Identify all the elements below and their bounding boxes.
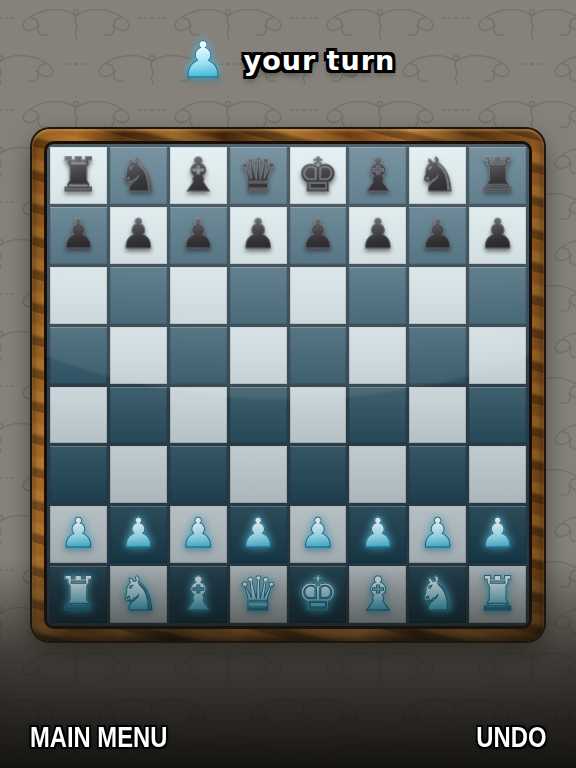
piece-black-pawn[interactable]: ♟ xyxy=(180,214,217,255)
piece-black-bishop[interactable]: ♝ xyxy=(357,151,399,198)
square-e7[interactable]: ♟ xyxy=(290,207,347,264)
square-e4[interactable] xyxy=(290,387,347,444)
square-f2[interactable]: ♟ xyxy=(349,506,406,563)
square-b8[interactable]: ♞ xyxy=(110,147,167,204)
square-b5[interactable] xyxy=(110,327,167,384)
square-f1[interactable]: ♝ xyxy=(349,566,406,623)
square-g6[interactable] xyxy=(409,267,466,324)
piece-white-rook[interactable]: ♜ xyxy=(57,570,99,617)
piece-black-pawn[interactable]: ♟ xyxy=(60,214,97,255)
square-a2[interactable]: ♟ xyxy=(50,506,107,563)
square-g3[interactable] xyxy=(409,446,466,503)
square-a1[interactable]: ♜ xyxy=(50,566,107,623)
square-h3[interactable] xyxy=(469,446,526,503)
piece-white-pawn[interactable]: ♟ xyxy=(479,513,516,554)
piece-black-pawn[interactable]: ♟ xyxy=(120,214,157,255)
square-h6[interactable] xyxy=(469,267,526,324)
square-h4[interactable] xyxy=(469,387,526,444)
square-b4[interactable] xyxy=(110,387,167,444)
square-d6[interactable] xyxy=(230,267,287,324)
piece-white-pawn[interactable]: ♟ xyxy=(120,513,157,554)
piece-black-pawn[interactable]: ♟ xyxy=(240,214,277,255)
square-c6[interactable] xyxy=(170,267,227,324)
undo-button[interactable]: UNDO xyxy=(476,721,546,754)
square-h8[interactable]: ♜ xyxy=(469,147,526,204)
piece-white-pawn[interactable]: ♟ xyxy=(60,513,97,554)
piece-white-rook[interactable]: ♜ xyxy=(476,570,518,617)
square-e6[interactable] xyxy=(290,267,347,324)
square-d1[interactable]: ♛ xyxy=(230,566,287,623)
square-b2[interactable]: ♟ xyxy=(110,506,167,563)
square-d3[interactable] xyxy=(230,446,287,503)
square-d5[interactable] xyxy=(230,327,287,384)
piece-black-rook[interactable]: ♜ xyxy=(476,151,518,198)
footer-bar: MAIN MENU UNDO xyxy=(0,706,576,768)
square-a3[interactable] xyxy=(50,446,107,503)
piece-black-knight[interactable]: ♞ xyxy=(117,151,159,198)
square-d8[interactable]: ♛ xyxy=(230,147,287,204)
piece-white-pawn[interactable]: ♟ xyxy=(359,513,396,554)
square-e2[interactable]: ♟ xyxy=(290,506,347,563)
piece-black-pawn[interactable]: ♟ xyxy=(359,214,396,255)
square-e1[interactable]: ♚ xyxy=(290,566,347,623)
piece-black-bishop[interactable]: ♝ xyxy=(177,151,219,198)
square-h7[interactable]: ♟ xyxy=(469,207,526,264)
square-a8[interactable]: ♜ xyxy=(50,147,107,204)
turn-label: your turn xyxy=(244,45,396,76)
piece-black-queen[interactable]: ♛ xyxy=(237,151,279,198)
piece-black-pawn[interactable]: ♟ xyxy=(419,214,456,255)
piece-white-queen[interactable]: ♛ xyxy=(237,570,279,617)
game-screen: ♟ your turn ♜♞♝♛♚♝♞♜♟♟♟♟♟♟♟♟♟♟♟♟♟♟♟♟♜♞♝♛… xyxy=(0,0,576,768)
piece-white-bishop[interactable]: ♝ xyxy=(177,570,219,617)
square-g7[interactable]: ♟ xyxy=(409,207,466,264)
board-squares: ♜♞♝♛♚♝♞♜♟♟♟♟♟♟♟♟♟♟♟♟♟♟♟♟♜♞♝♛♚♝♞♜ xyxy=(47,144,529,626)
square-c1[interactable]: ♝ xyxy=(170,566,227,623)
piece-white-pawn[interactable]: ♟ xyxy=(240,513,277,554)
square-c4[interactable] xyxy=(170,387,227,444)
square-f8[interactable]: ♝ xyxy=(349,147,406,204)
square-g5[interactable] xyxy=(409,327,466,384)
square-b1[interactable]: ♞ xyxy=(110,566,167,623)
chess-board: ♜♞♝♛♚♝♞♜♟♟♟♟♟♟♟♟♟♟♟♟♟♟♟♟♜♞♝♛♚♝♞♜ xyxy=(47,144,529,626)
square-a7[interactable]: ♟ xyxy=(50,207,107,264)
piece-white-king[interactable]: ♚ xyxy=(297,570,339,617)
square-d7[interactable]: ♟ xyxy=(230,207,287,264)
square-b7[interactable]: ♟ xyxy=(110,207,167,264)
piece-white-knight[interactable]: ♞ xyxy=(417,570,459,617)
square-b3[interactable] xyxy=(110,446,167,503)
square-g4[interactable] xyxy=(409,387,466,444)
piece-white-bishop[interactable]: ♝ xyxy=(357,570,399,617)
square-a5[interactable] xyxy=(50,327,107,384)
square-g1[interactable]: ♞ xyxy=(409,566,466,623)
piece-black-king[interactable]: ♚ xyxy=(297,151,339,198)
piece-black-pawn[interactable]: ♟ xyxy=(479,214,516,255)
piece-black-pawn[interactable]: ♟ xyxy=(300,214,337,255)
piece-white-pawn[interactable]: ♟ xyxy=(180,513,217,554)
square-c5[interactable] xyxy=(170,327,227,384)
piece-black-knight[interactable]: ♞ xyxy=(417,151,459,198)
square-d2[interactable]: ♟ xyxy=(230,506,287,563)
square-g2[interactable]: ♟ xyxy=(409,506,466,563)
square-b6[interactable] xyxy=(110,267,167,324)
square-f4[interactable] xyxy=(349,387,406,444)
square-d4[interactable] xyxy=(230,387,287,444)
square-a4[interactable] xyxy=(50,387,107,444)
square-f3[interactable] xyxy=(349,446,406,503)
board-frame: ♜♞♝♛♚♝♞♜♟♟♟♟♟♟♟♟♟♟♟♟♟♟♟♟♜♞♝♛♚♝♞♜ xyxy=(32,129,544,641)
piece-black-rook[interactable]: ♜ xyxy=(57,151,99,198)
square-a6[interactable] xyxy=(50,267,107,324)
main-menu-button[interactable]: MAIN MENU xyxy=(30,721,167,754)
square-c2[interactable]: ♟ xyxy=(170,506,227,563)
piece-white-pawn[interactable]: ♟ xyxy=(419,513,456,554)
square-c7[interactable]: ♟ xyxy=(170,207,227,264)
square-f7[interactable]: ♟ xyxy=(349,207,406,264)
piece-white-pawn[interactable]: ♟ xyxy=(300,513,337,554)
square-e3[interactable] xyxy=(290,446,347,503)
square-e5[interactable] xyxy=(290,327,347,384)
square-f5[interactable] xyxy=(349,327,406,384)
square-h2[interactable]: ♟ xyxy=(469,506,526,563)
piece-white-knight[interactable]: ♞ xyxy=(117,570,159,617)
white-pawn-icon: ♟ xyxy=(181,35,226,85)
square-g8[interactable]: ♞ xyxy=(409,147,466,204)
square-c3[interactable] xyxy=(170,446,227,503)
square-c8[interactable]: ♝ xyxy=(170,147,227,204)
turn-indicator: ♟ your turn xyxy=(0,28,576,92)
square-h1[interactable]: ♜ xyxy=(469,566,526,623)
square-e8[interactable]: ♚ xyxy=(290,147,347,204)
square-f6[interactable] xyxy=(349,267,406,324)
square-h5[interactable] xyxy=(469,327,526,384)
